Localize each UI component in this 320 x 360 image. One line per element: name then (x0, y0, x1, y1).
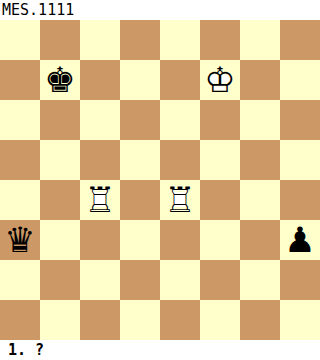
square-g5[interactable] (240, 140, 280, 180)
square-d4[interactable] (120, 180, 160, 220)
square-f4[interactable] (200, 180, 240, 220)
square-d5[interactable] (120, 140, 160, 180)
square-h7[interactable] (280, 60, 320, 100)
piece-bQ-a3: ♛ (0, 220, 40, 260)
square-h6[interactable] (280, 100, 320, 140)
square-c7[interactable] (80, 60, 120, 100)
puzzle-title-bar: MES.1111 (0, 0, 320, 20)
piece-fill-wK-f7: ♚ (200, 60, 240, 100)
square-d8[interactable] (120, 20, 160, 60)
piece-bP-h3: ♟ (280, 220, 320, 260)
square-c3[interactable] (80, 220, 120, 260)
square-h8[interactable] (280, 20, 320, 60)
square-g3[interactable] (240, 220, 280, 260)
square-f5[interactable] (200, 140, 240, 180)
square-a7[interactable] (0, 60, 40, 100)
square-h1[interactable] (280, 300, 320, 340)
puzzle-id-label: MES.1111 (0, 0, 74, 20)
square-d7[interactable] (120, 60, 160, 100)
square-f7[interactable]: ♚♔ (200, 60, 240, 100)
piece-fill-wR-e4: ♜ (160, 180, 200, 220)
square-f2[interactable] (200, 260, 240, 300)
square-a6[interactable] (0, 100, 40, 140)
move-prompt-bar: 1. ? (0, 340, 320, 360)
square-b5[interactable] (40, 140, 80, 180)
square-b3[interactable] (40, 220, 80, 260)
square-e8[interactable] (160, 20, 200, 60)
square-a1[interactable] (0, 300, 40, 340)
square-d2[interactable] (120, 260, 160, 300)
square-d1[interactable] (120, 300, 160, 340)
square-g6[interactable] (240, 100, 280, 140)
square-f8[interactable] (200, 20, 240, 60)
square-c4[interactable]: ♜♖ (80, 180, 120, 220)
square-e2[interactable] (160, 260, 200, 300)
square-e1[interactable] (160, 300, 200, 340)
square-h5[interactable] (280, 140, 320, 180)
square-e6[interactable] (160, 100, 200, 140)
square-b8[interactable] (40, 20, 80, 60)
square-b2[interactable] (40, 260, 80, 300)
square-c5[interactable] (80, 140, 120, 180)
square-g2[interactable] (240, 260, 280, 300)
piece-fill-wR-c4: ♜ (80, 180, 120, 220)
square-a4[interactable] (0, 180, 40, 220)
square-e7[interactable] (160, 60, 200, 100)
square-g7[interactable] (240, 60, 280, 100)
square-a3[interactable]: ♛ (0, 220, 40, 260)
chess-board: ♚♚♔♜♖♜♖♛♟ (0, 20, 320, 340)
square-a5[interactable] (0, 140, 40, 180)
square-a2[interactable] (0, 260, 40, 300)
move-prompt-label: 1. ? (0, 340, 44, 360)
square-h3[interactable]: ♟ (280, 220, 320, 260)
square-e4[interactable]: ♜♖ (160, 180, 200, 220)
square-d3[interactable] (120, 220, 160, 260)
piece-wK-f7: ♔ (200, 60, 240, 100)
square-c2[interactable] (80, 260, 120, 300)
square-h2[interactable] (280, 260, 320, 300)
square-b7[interactable]: ♚ (40, 60, 80, 100)
square-h4[interactable] (280, 180, 320, 220)
square-e5[interactable] (160, 140, 200, 180)
square-c8[interactable] (80, 20, 120, 60)
square-e3[interactable] (160, 220, 200, 260)
piece-bK-b7: ♚ (40, 60, 80, 100)
piece-wR-e4: ♖ (160, 180, 200, 220)
square-g4[interactable] (240, 180, 280, 220)
square-a8[interactable] (0, 20, 40, 60)
square-c1[interactable] (80, 300, 120, 340)
square-b1[interactable] (40, 300, 80, 340)
square-f3[interactable] (200, 220, 240, 260)
square-f1[interactable] (200, 300, 240, 340)
square-d6[interactable] (120, 100, 160, 140)
square-g1[interactable] (240, 300, 280, 340)
square-b4[interactable] (40, 180, 80, 220)
square-b6[interactable] (40, 100, 80, 140)
square-c6[interactable] (80, 100, 120, 140)
piece-wR-c4: ♖ (80, 180, 120, 220)
square-g8[interactable] (240, 20, 280, 60)
square-f6[interactable] (200, 100, 240, 140)
